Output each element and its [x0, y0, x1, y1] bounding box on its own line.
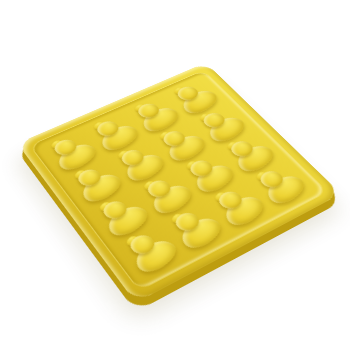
product-photo — [0, 0, 350, 350]
mold-3d-wrap — [17, 63, 341, 303]
silicone-mold-tray — [17, 63, 341, 303]
cavity-grid — [40, 76, 317, 281]
